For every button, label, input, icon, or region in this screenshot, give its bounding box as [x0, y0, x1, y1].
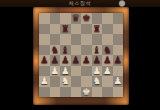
square-f4[interactable]: ♟ [92, 55, 103, 66]
square-g6[interactable] [102, 34, 113, 45]
square-c8[interactable] [60, 13, 71, 24]
black-knight: ♞ [102, 44, 113, 56]
square-a6[interactable] [39, 34, 50, 45]
square-e2[interactable] [81, 76, 92, 87]
square-h4[interactable]: ♟ [113, 55, 124, 66]
square-b7[interactable] [50, 24, 61, 35]
black-pawn: ♟ [113, 54, 124, 66]
square-b2[interactable] [50, 76, 61, 87]
square-g3[interactable]: ♟ [102, 66, 113, 77]
square-h8[interactable] [113, 13, 124, 24]
square-e7[interactable] [81, 24, 92, 35]
square-d5[interactable] [71, 45, 82, 56]
black-pawn: ♟ [81, 54, 92, 66]
black-pawn: ♟ [60, 54, 71, 66]
white-king: ♚ [81, 86, 92, 98]
square-g7[interactable] [102, 24, 113, 35]
white-knight: ♞ [92, 75, 103, 87]
app-title: 체스정석 [69, 0, 91, 7]
square-a4[interactable]: ♟ [39, 55, 50, 66]
square-h3[interactable] [113, 66, 124, 77]
square-h5[interactable] [113, 45, 124, 56]
square-e5[interactable] [81, 45, 92, 56]
square-d8[interactable]: ♛ [71, 13, 82, 24]
white-pawn: ♟ [113, 75, 124, 87]
white-pawn: ♟ [60, 65, 71, 77]
square-b5[interactable]: ♞ [50, 45, 61, 56]
square-g2[interactable] [102, 76, 113, 87]
square-h2[interactable]: ♟ [113, 76, 124, 87]
square-c5[interactable]: ♝ [60, 45, 71, 56]
square-f6[interactable] [92, 34, 103, 45]
black-bishop: ♝ [60, 44, 71, 56]
square-b8[interactable] [50, 13, 61, 24]
square-a5[interactable] [39, 45, 50, 56]
black-pawn: ♟ [102, 54, 113, 66]
white-pawn: ♟ [39, 75, 50, 87]
square-b6[interactable] [50, 34, 61, 45]
square-f5[interactable]: ♝ [92, 45, 103, 56]
square-d4[interactable]: ♟ [71, 55, 82, 66]
black-pawn: ♟ [71, 54, 82, 66]
white-pawn: ♟ [102, 65, 113, 77]
square-b3[interactable]: ♟ [50, 66, 61, 77]
white-pawn: ♟ [92, 65, 103, 77]
square-a7[interactable] [39, 24, 50, 35]
square-f8[interactable] [92, 13, 103, 24]
square-f7[interactable]: ♜ [92, 24, 103, 35]
black-rook: ♜ [92, 23, 103, 35]
square-d3[interactable] [71, 66, 82, 77]
square-h1[interactable] [113, 87, 124, 98]
square-g4[interactable]: ♟ [102, 55, 113, 66]
square-c6[interactable] [60, 34, 71, 45]
square-f1[interactable] [92, 87, 103, 98]
square-h7[interactable] [113, 24, 124, 35]
square-c7[interactable]: ♜ [60, 24, 71, 35]
title-bar: 체스정석 [0, 0, 160, 7]
square-g5[interactable]: ♞ [102, 45, 113, 56]
square-a8[interactable] [39, 13, 50, 24]
square-e8[interactable]: ♚ [81, 13, 92, 24]
square-e1[interactable]: ♚ [81, 87, 92, 98]
black-king: ♚ [81, 12, 92, 24]
square-c4[interactable]: ♟ [60, 55, 71, 66]
square-d2[interactable] [71, 76, 82, 87]
square-e4[interactable]: ♟ [81, 55, 92, 66]
square-a2[interactable]: ♟ [39, 76, 50, 87]
black-pawn: ♟ [92, 54, 103, 66]
square-d1[interactable] [71, 87, 82, 98]
black-pawn: ♟ [50, 54, 61, 66]
square-e6[interactable] [81, 34, 92, 45]
square-g8[interactable] [102, 13, 113, 24]
square-b4[interactable]: ♟ [50, 55, 61, 66]
square-b1[interactable] [50, 87, 61, 98]
black-queen: ♛ [71, 12, 82, 24]
square-a3[interactable] [39, 66, 50, 77]
square-f3[interactable]: ♟ [92, 66, 103, 77]
square-c3[interactable]: ♟ [60, 66, 71, 77]
square-c2[interactable]: ♞ [60, 76, 71, 87]
menu-icon[interactable] [118, 0, 126, 7]
black-bishop: ♝ [92, 44, 103, 56]
black-knight: ♞ [50, 44, 61, 56]
square-c1[interactable] [60, 87, 71, 98]
square-g1[interactable] [102, 87, 113, 98]
square-e3[interactable] [81, 66, 92, 77]
black-rook: ♜ [60, 23, 71, 35]
square-f2[interactable]: ♞ [92, 76, 103, 87]
square-d7[interactable] [71, 24, 82, 35]
chess-board: ♛♚♜♜♞♝♝♞♟♟♟♟♟♟♟♟♟♟♟♟♟♞♞♟♚ [39, 13, 123, 97]
square-a1[interactable] [39, 87, 50, 98]
square-d6[interactable] [71, 34, 82, 45]
square-h6[interactable] [113, 34, 124, 45]
white-knight: ♞ [60, 75, 71, 87]
white-pawn: ♟ [50, 65, 61, 77]
black-pawn: ♟ [39, 54, 50, 66]
